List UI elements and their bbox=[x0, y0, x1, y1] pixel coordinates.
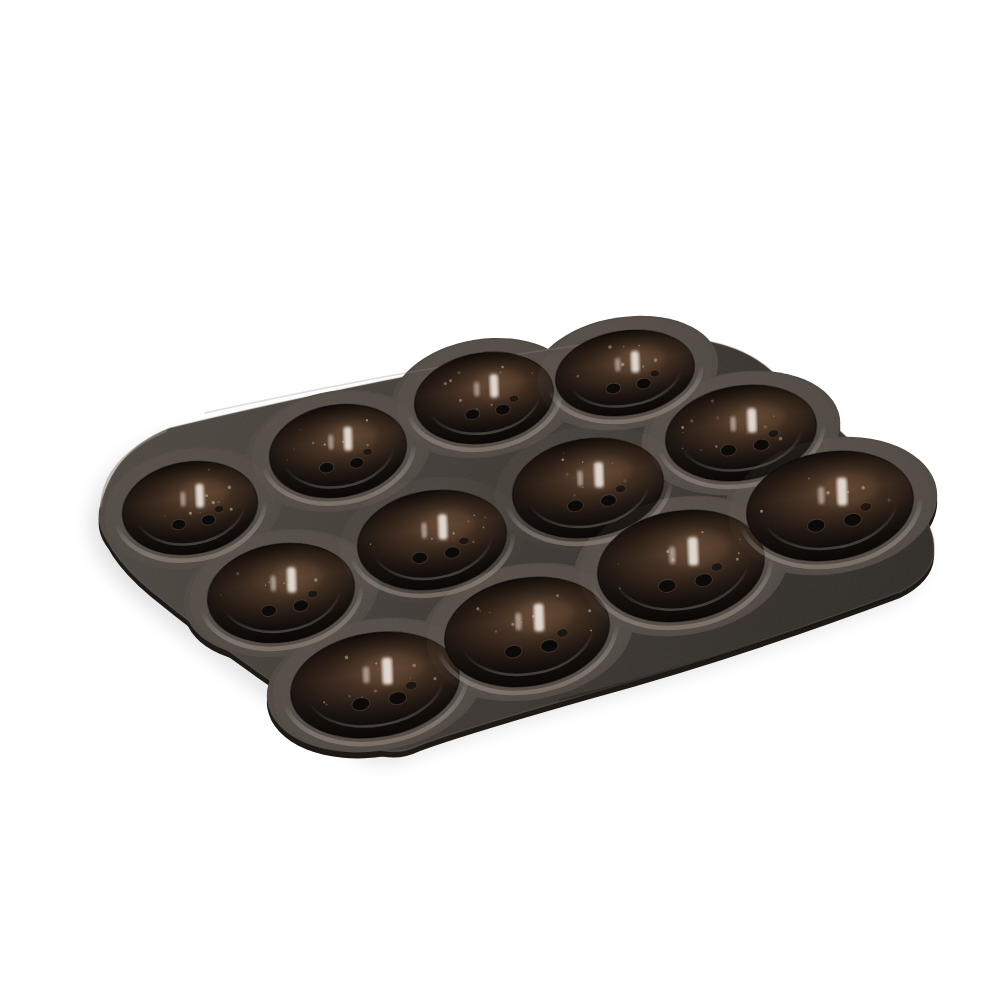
cavity-grid bbox=[96, 305, 941, 765]
product-photo bbox=[0, 0, 1000, 1000]
specular-streak-secondary bbox=[270, 575, 276, 591]
specular-streak-main bbox=[631, 351, 640, 373]
specular-streak-secondary bbox=[328, 435, 333, 450]
specular-streak-main bbox=[533, 603, 544, 631]
specular-streak-secondary bbox=[577, 470, 583, 486]
specular-streak-main bbox=[747, 408, 757, 433]
specular-streak-main bbox=[343, 427, 352, 451]
specular-streak-main bbox=[837, 477, 848, 505]
specular-streak-secondary bbox=[180, 492, 185, 507]
specular-streak-secondary bbox=[515, 613, 522, 631]
specular-streak-main bbox=[688, 537, 699, 566]
specular-streak-secondary bbox=[669, 546, 676, 564]
specular-streak-secondary bbox=[474, 382, 480, 397]
specular-streak-secondary bbox=[363, 666, 370, 683]
specular-streak-main bbox=[287, 567, 297, 593]
specular-streak-main bbox=[382, 657, 393, 684]
baking-pan-image bbox=[0, 0, 1000, 1000]
specular-streak-secondary bbox=[421, 522, 427, 538]
specular-streak-main bbox=[594, 462, 604, 488]
specular-streak-main bbox=[195, 484, 204, 508]
specular-streak-main bbox=[438, 514, 448, 540]
specular-streak-main bbox=[489, 374, 498, 398]
specular-streak-secondary bbox=[730, 416, 736, 431]
specular-streak-secondary bbox=[615, 358, 621, 372]
specular-streak-secondary bbox=[818, 487, 825, 505]
